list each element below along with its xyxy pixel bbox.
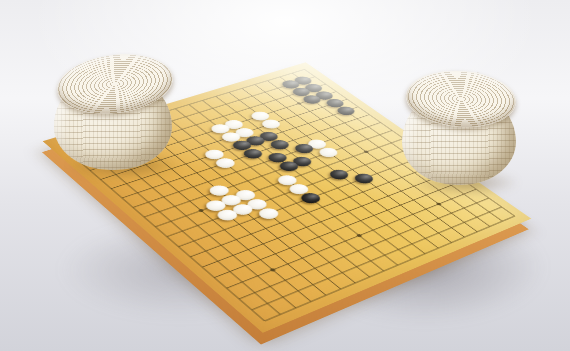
studio-scene [0, 0, 570, 351]
white-stone [232, 188, 259, 202]
black-stone [297, 191, 323, 205]
white-stone [286, 182, 312, 196]
white-stone [255, 206, 282, 221]
black-stone [351, 172, 377, 186]
white-stone [214, 207, 241, 222]
white-stone [229, 202, 256, 217]
black-stone [326, 168, 352, 181]
white-stone [217, 193, 244, 207]
white-stone [206, 184, 233, 198]
white-stone [243, 197, 270, 211]
white-stone [202, 198, 229, 213]
white-stone [274, 173, 300, 187]
